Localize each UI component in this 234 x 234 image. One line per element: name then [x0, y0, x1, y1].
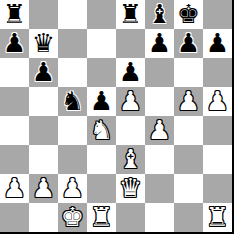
- square-b2[interactable]: ♟: [29, 174, 58, 203]
- square-a4[interactable]: [0, 116, 29, 145]
- square-g1[interactable]: [174, 203, 203, 232]
- square-d5[interactable]: ♟: [87, 87, 116, 116]
- piece-black-rook: ♜: [3, 0, 26, 29]
- piece-black-pawn: ♟: [148, 29, 171, 58]
- square-h1[interactable]: ♜: [203, 203, 232, 232]
- piece-black-pawn: ♟: [206, 29, 229, 58]
- piece-white-queen: ♛: [119, 174, 142, 203]
- square-f8[interactable]: ♝: [145, 0, 174, 29]
- piece-white-pawn: ♟: [119, 87, 142, 116]
- square-b4[interactable]: [29, 116, 58, 145]
- square-c7[interactable]: [58, 29, 87, 58]
- piece-white-king: ♚: [61, 203, 84, 232]
- square-h2[interactable]: [203, 174, 232, 203]
- square-a3[interactable]: [0, 145, 29, 174]
- square-h3[interactable]: [203, 145, 232, 174]
- square-f7[interactable]: ♟: [145, 29, 174, 58]
- piece-white-knight: ♞: [90, 116, 113, 145]
- square-a6[interactable]: [0, 58, 29, 87]
- square-c2[interactable]: ♟: [58, 174, 87, 203]
- square-f6[interactable]: [145, 58, 174, 87]
- square-g4[interactable]: [174, 116, 203, 145]
- square-h6[interactable]: [203, 58, 232, 87]
- square-e2[interactable]: ♛: [116, 174, 145, 203]
- square-b1[interactable]: [29, 203, 58, 232]
- square-b6[interactable]: ♟: [29, 58, 58, 87]
- square-b5[interactable]: [29, 87, 58, 116]
- piece-black-bishop: ♝: [148, 0, 171, 29]
- square-g8[interactable]: ♚: [174, 0, 203, 29]
- square-f1[interactable]: [145, 203, 174, 232]
- square-e7[interactable]: [116, 29, 145, 58]
- square-e8[interactable]: ♜: [116, 0, 145, 29]
- square-a5[interactable]: [0, 87, 29, 116]
- square-e5[interactable]: ♟: [116, 87, 145, 116]
- square-b3[interactable]: [29, 145, 58, 174]
- square-b8[interactable]: [29, 0, 58, 29]
- square-g6[interactable]: [174, 58, 203, 87]
- square-d4[interactable]: ♞: [87, 116, 116, 145]
- square-f5[interactable]: [145, 87, 174, 116]
- piece-black-king: ♚: [177, 0, 200, 29]
- square-f3[interactable]: [145, 145, 174, 174]
- square-h4[interactable]: [203, 116, 232, 145]
- square-c4[interactable]: [58, 116, 87, 145]
- piece-black-knight: ♞: [61, 87, 84, 116]
- piece-black-pawn: ♟: [119, 58, 142, 87]
- square-a1[interactable]: [0, 203, 29, 232]
- square-c1[interactable]: ♚: [58, 203, 87, 232]
- piece-white-pawn: ♟: [206, 87, 229, 116]
- square-c6[interactable]: [58, 58, 87, 87]
- square-c8[interactable]: [58, 0, 87, 29]
- square-g5[interactable]: ♟: [174, 87, 203, 116]
- piece-white-rook: ♜: [90, 203, 113, 232]
- piece-white-pawn: ♟: [3, 174, 26, 203]
- square-g2[interactable]: [174, 174, 203, 203]
- piece-white-pawn: ♟: [177, 87, 200, 116]
- piece-black-pawn: ♟: [32, 58, 55, 87]
- square-e1[interactable]: [116, 203, 145, 232]
- square-a7[interactable]: ♟: [0, 29, 29, 58]
- square-h7[interactable]: ♟: [203, 29, 232, 58]
- piece-white-pawn: ♟: [32, 174, 55, 203]
- chess-board: ♜♜♝♚♟♛♟♟♟♟♟♞♟♟♟♟♞♟♝♟♟♟♛♚♜♜: [0, 0, 234, 234]
- square-d7[interactable]: [87, 29, 116, 58]
- piece-white-pawn: ♟: [61, 174, 84, 203]
- piece-white-bishop: ♝: [119, 145, 142, 174]
- square-g3[interactable]: [174, 145, 203, 174]
- piece-white-rook: ♜: [206, 203, 229, 232]
- square-b7[interactable]: ♛: [29, 29, 58, 58]
- piece-white-pawn: ♟: [148, 116, 171, 145]
- square-e4[interactable]: [116, 116, 145, 145]
- piece-black-pawn: ♟: [90, 87, 113, 116]
- square-f4[interactable]: ♟: [145, 116, 174, 145]
- square-d1[interactable]: ♜: [87, 203, 116, 232]
- square-d8[interactable]: [87, 0, 116, 29]
- piece-black-pawn: ♟: [3, 29, 26, 58]
- piece-black-rook: ♜: [119, 0, 142, 29]
- square-f2[interactable]: [145, 174, 174, 203]
- square-e3[interactable]: ♝: [116, 145, 145, 174]
- square-h5[interactable]: ♟: [203, 87, 232, 116]
- square-d2[interactable]: [87, 174, 116, 203]
- piece-black-queen: ♛: [32, 29, 55, 58]
- square-c3[interactable]: [58, 145, 87, 174]
- square-h8[interactable]: [203, 0, 232, 29]
- square-a2[interactable]: ♟: [0, 174, 29, 203]
- square-e6[interactable]: ♟: [116, 58, 145, 87]
- square-d3[interactable]: [87, 145, 116, 174]
- piece-black-pawn: ♟: [177, 29, 200, 58]
- square-d6[interactable]: [87, 58, 116, 87]
- square-c5[interactable]: ♞: [58, 87, 87, 116]
- square-a8[interactable]: ♜: [0, 0, 29, 29]
- square-g7[interactable]: ♟: [174, 29, 203, 58]
